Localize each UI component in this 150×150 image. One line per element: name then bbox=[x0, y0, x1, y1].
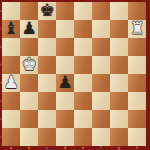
square-b3[interactable] bbox=[20, 92, 38, 110]
square-f3[interactable] bbox=[92, 92, 110, 110]
square-e1[interactable] bbox=[74, 128, 92, 146]
square-e3[interactable] bbox=[74, 92, 92, 110]
square-b5[interactable]: ♚ bbox=[20, 56, 38, 74]
square-c7[interactable] bbox=[38, 20, 56, 38]
file-label-f: f bbox=[92, 146, 110, 150]
rank-label-8: 8 bbox=[0, 2, 2, 20]
square-h4[interactable] bbox=[128, 74, 146, 92]
rank-label-1: 1 bbox=[0, 128, 2, 146]
square-d7[interactable] bbox=[56, 20, 74, 38]
square-a2[interactable] bbox=[2, 110, 20, 128]
square-b4[interactable] bbox=[20, 74, 38, 92]
square-b7[interactable]: ♟ bbox=[20, 20, 38, 38]
file-label-e: e bbox=[74, 146, 92, 150]
square-d2[interactable] bbox=[56, 110, 74, 128]
file-labels: abcdefgh bbox=[2, 146, 146, 150]
square-h5[interactable] bbox=[128, 56, 146, 74]
chess-board: ♚♝♟♜♚♟♟ abcdefgh 87654321 bbox=[0, 0, 150, 150]
square-g5[interactable] bbox=[110, 56, 128, 74]
file-label-d: d bbox=[56, 146, 74, 150]
black-king-c8[interactable]: ♚ bbox=[38, 1, 56, 19]
square-e5[interactable] bbox=[74, 56, 92, 74]
square-c5[interactable] bbox=[38, 56, 56, 74]
square-g4[interactable] bbox=[110, 74, 128, 92]
square-g8[interactable] bbox=[110, 2, 128, 20]
square-c3[interactable] bbox=[38, 92, 56, 110]
square-f6[interactable] bbox=[92, 38, 110, 56]
rank-label-4: 4 bbox=[0, 74, 2, 92]
square-e2[interactable] bbox=[74, 110, 92, 128]
square-h1[interactable] bbox=[128, 128, 146, 146]
square-g1[interactable] bbox=[110, 128, 128, 146]
rank-label-5: 5 bbox=[0, 56, 2, 74]
square-g2[interactable] bbox=[110, 110, 128, 128]
square-e7[interactable] bbox=[74, 20, 92, 38]
file-label-c: c bbox=[38, 146, 56, 150]
square-d3[interactable] bbox=[56, 92, 74, 110]
square-a4[interactable]: ♟ bbox=[2, 74, 20, 92]
square-e8[interactable] bbox=[74, 2, 92, 20]
board-grid: ♚♝♟♜♚♟♟ bbox=[2, 2, 146, 146]
square-f4[interactable] bbox=[92, 74, 110, 92]
rank-label-3: 3 bbox=[0, 92, 2, 110]
square-f8[interactable] bbox=[92, 2, 110, 20]
square-f2[interactable] bbox=[92, 110, 110, 128]
square-h3[interactable] bbox=[128, 92, 146, 110]
square-g6[interactable] bbox=[110, 38, 128, 56]
square-a3[interactable] bbox=[2, 92, 20, 110]
rank-label-2: 2 bbox=[0, 110, 2, 128]
file-label-a: a bbox=[2, 146, 20, 150]
square-h2[interactable] bbox=[128, 110, 146, 128]
white-pawn-a4[interactable]: ♟ bbox=[2, 73, 20, 91]
rank-labels: 87654321 bbox=[0, 2, 2, 146]
square-d4[interactable]: ♟ bbox=[56, 74, 74, 92]
square-c6[interactable] bbox=[38, 38, 56, 56]
square-c4[interactable] bbox=[38, 74, 56, 92]
square-d8[interactable] bbox=[56, 2, 74, 20]
square-d1[interactable] bbox=[56, 128, 74, 146]
square-a7[interactable]: ♝ bbox=[2, 20, 20, 38]
square-c8[interactable]: ♚ bbox=[38, 2, 56, 20]
white-king-b5[interactable]: ♚ bbox=[20, 55, 38, 73]
file-label-h: h bbox=[128, 146, 146, 150]
square-e4[interactable] bbox=[74, 74, 92, 92]
black-bishop-a7[interactable]: ♝ bbox=[2, 19, 20, 37]
square-f1[interactable] bbox=[92, 128, 110, 146]
square-f7[interactable] bbox=[92, 20, 110, 38]
square-h6[interactable] bbox=[128, 38, 146, 56]
square-g7[interactable] bbox=[110, 20, 128, 38]
square-g3[interactable] bbox=[110, 92, 128, 110]
file-label-b: b bbox=[20, 146, 38, 150]
square-b2[interactable] bbox=[20, 110, 38, 128]
square-e6[interactable] bbox=[74, 38, 92, 56]
black-pawn-b7[interactable]: ♟ bbox=[20, 19, 38, 37]
file-label-g: g bbox=[110, 146, 128, 150]
rank-label-6: 6 bbox=[0, 38, 2, 56]
square-f5[interactable] bbox=[92, 56, 110, 74]
square-d6[interactable] bbox=[56, 38, 74, 56]
square-c2[interactable] bbox=[38, 110, 56, 128]
rank-label-7: 7 bbox=[0, 20, 2, 38]
square-c1[interactable] bbox=[38, 128, 56, 146]
black-pawn-d4[interactable]: ♟ bbox=[56, 73, 74, 91]
square-a1[interactable] bbox=[2, 128, 20, 146]
white-rook-h7[interactable]: ♜ bbox=[128, 19, 146, 37]
square-b1[interactable] bbox=[20, 128, 38, 146]
square-h7[interactable]: ♜ bbox=[128, 20, 146, 38]
square-a6[interactable] bbox=[2, 38, 20, 56]
